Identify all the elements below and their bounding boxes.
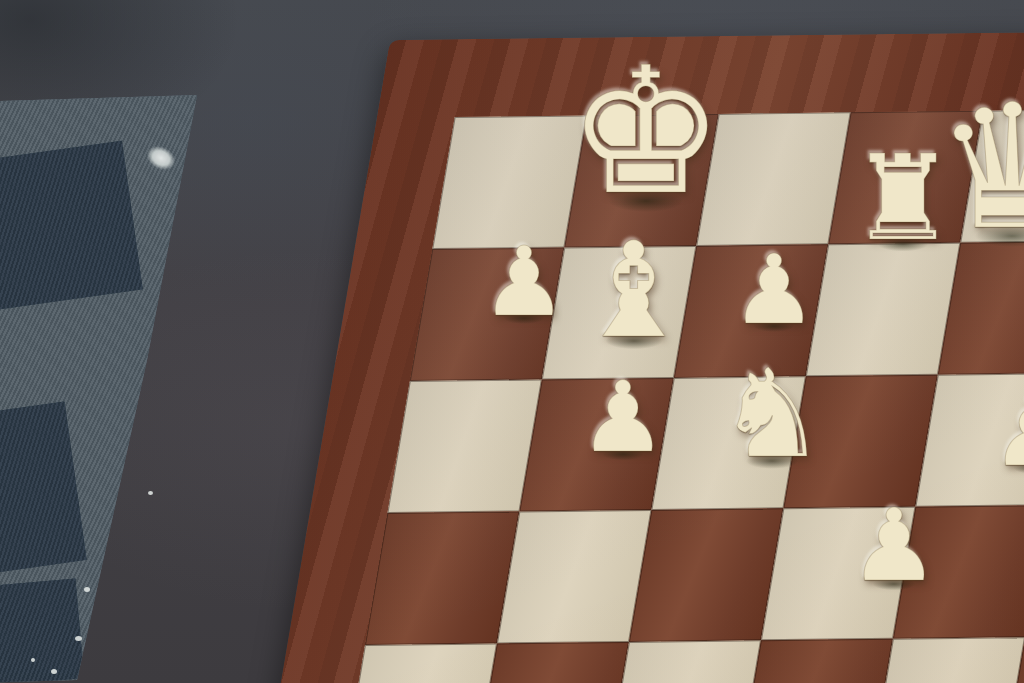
square-a5[interactable] [365, 511, 519, 645]
piece-white-B-b7[interactable]: ♝ [575, 224, 693, 356]
piece-white-P-c7[interactable]: ♟ [731, 242, 817, 338]
piece-white-P-a7[interactable]: ♟ [481, 234, 567, 330]
piece-white-Q-e8[interactable]: ♛ [935, 82, 1024, 254]
piece-white-P-e6[interactable]: ♟ [991, 384, 1024, 480]
mat-dark-patch [0, 401, 87, 572]
piece-white-P-b6[interactable]: ♟ [579, 368, 667, 466]
mat-dark-patch [0, 141, 143, 310]
white-scuff [143, 141, 180, 175]
white-fleck [51, 669, 57, 674]
white-fleck [75, 636, 82, 641]
white-fleck [31, 658, 35, 662]
square-a6[interactable] [387, 379, 541, 513]
square-b5[interactable] [497, 510, 651, 644]
piece-white-N-c6[interactable]: ♞ [717, 353, 826, 475]
white-fleck [84, 587, 90, 592]
square-e4[interactable] [871, 637, 1024, 683]
square-a4[interactable] [343, 643, 497, 683]
square-b4[interactable] [475, 642, 629, 683]
square-c4[interactable] [607, 640, 761, 683]
piece-white-P-d5[interactable]: ♟ [849, 496, 939, 596]
white-fleck [148, 491, 153, 495]
piece-white-K-b8[interactable]: ♚ [568, 44, 725, 219]
square-d4[interactable] [739, 639, 893, 683]
square-c5[interactable] [629, 508, 783, 642]
mat-dark-patch [0, 578, 84, 683]
